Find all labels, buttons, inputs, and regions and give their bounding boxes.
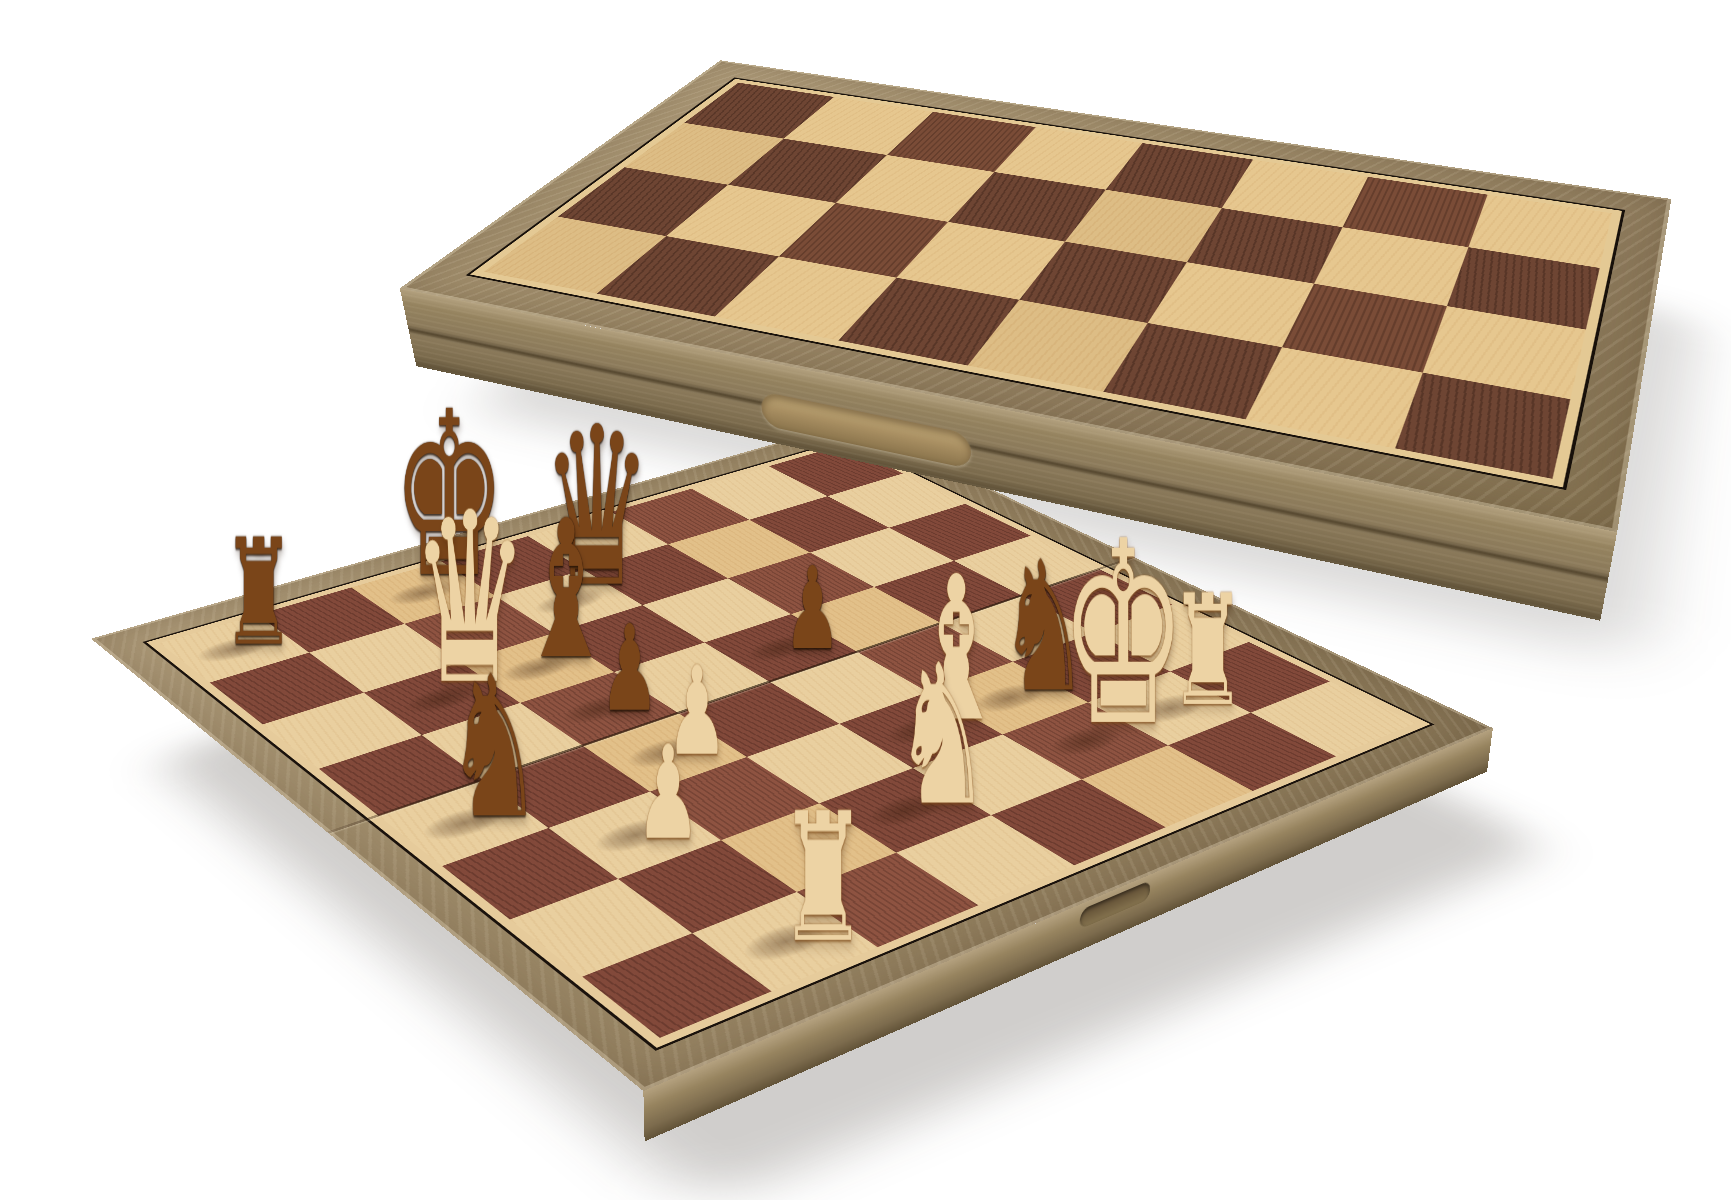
piece-black-rook[interactable]: ♜ (222, 520, 295, 666)
piece-black-pawn[interactable]: ♟ (600, 609, 660, 728)
chess-set-photo: ♜♚♛♝♟♟♞♞♛♟♟♝♞♚♜♜ (0, 0, 1731, 1200)
piece-cell-a8[interactable]: ♜ (160, 615, 309, 683)
piece-white-king[interactable]: ♚ (1059, 508, 1186, 761)
piece-white-pawn[interactable]: ♟ (636, 729, 701, 858)
piece-cell-a4[interactable]: ♞ (379, 780, 549, 866)
piece-white-rook[interactable]: ♜ (778, 790, 867, 968)
piece-black-knight[interactable]: ♞ (445, 650, 543, 845)
piece-cell-b3[interactable]: ♟ (549, 792, 722, 879)
piece-white-knight[interactable]: ♞ (893, 639, 990, 832)
piece-cell-b1[interactable]: ♜ (692, 892, 877, 991)
piece-black-pawn[interactable]: ♟ (784, 552, 841, 666)
